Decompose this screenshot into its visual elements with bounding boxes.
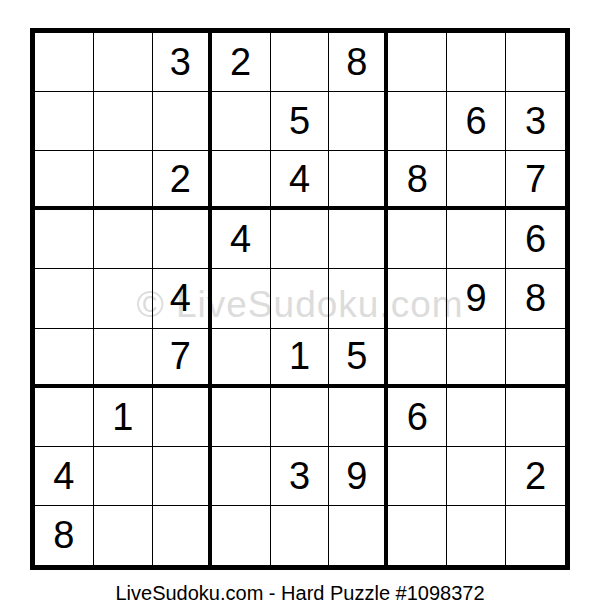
cell-r4c2[interactable]: [94, 210, 153, 269]
cell-r1c4: 2: [212, 33, 271, 92]
given-digit: 3: [525, 102, 546, 140]
cell-r8c8[interactable]: [447, 447, 506, 506]
cell-r2c6[interactable]: [329, 92, 388, 151]
cell-r1c9[interactable]: [506, 33, 565, 92]
cell-r7c4[interactable]: [212, 388, 271, 447]
cell-r8c6: 9: [329, 447, 388, 506]
cell-r8c9: 2: [506, 447, 565, 506]
given-digit: 3: [170, 43, 191, 81]
cell-r5c9: 8: [506, 269, 565, 328]
given-digit: 2: [525, 457, 546, 495]
cell-r3c3: 2: [153, 151, 212, 210]
given-digit: 4: [53, 457, 74, 495]
cell-r6c4[interactable]: [212, 329, 271, 388]
cell-r4c8[interactable]: [447, 210, 506, 269]
cell-r1c7[interactable]: [388, 33, 447, 92]
cell-r7c7: 6: [388, 388, 447, 447]
given-digit: 5: [289, 102, 310, 140]
cell-r7c3[interactable]: [153, 388, 212, 447]
cell-r9c8[interactable]: [447, 506, 506, 565]
cell-r3c9: 7: [506, 151, 565, 210]
cell-r6c2[interactable]: [94, 329, 153, 388]
given-digit: 4: [289, 160, 310, 198]
cell-r2c1[interactable]: [35, 92, 94, 151]
cell-r3c5: 4: [271, 151, 330, 210]
cell-r3c6[interactable]: [329, 151, 388, 210]
cell-r6c6: 5: [329, 329, 388, 388]
cell-r4c5[interactable]: [271, 210, 330, 269]
cell-r2c4[interactable]: [212, 92, 271, 151]
cell-r2c5: 5: [271, 92, 330, 151]
cell-r1c8[interactable]: [447, 33, 506, 92]
cell-r9c1: 8: [35, 506, 94, 565]
given-digit: 6: [466, 102, 487, 140]
cell-r1c1[interactable]: [35, 33, 94, 92]
cell-r5c7[interactable]: [388, 269, 447, 328]
cell-r6c3: 7: [153, 329, 212, 388]
given-digit: 6: [407, 398, 428, 436]
cell-r9c6[interactable]: [329, 506, 388, 565]
cell-r1c3: 3: [153, 33, 212, 92]
cell-r5c1[interactable]: [35, 269, 94, 328]
given-digit: 8: [407, 160, 428, 198]
cell-r5c2[interactable]: [94, 269, 153, 328]
cell-r3c4[interactable]: [212, 151, 271, 210]
cell-r2c3[interactable]: [153, 92, 212, 151]
cell-r9c4[interactable]: [212, 506, 271, 565]
given-digit: 4: [230, 220, 251, 258]
given-digit: 1: [112, 398, 133, 436]
cell-r5c8: 9: [447, 269, 506, 328]
given-digit: 8: [525, 279, 546, 317]
cell-r7c5[interactable]: [271, 388, 330, 447]
given-digit: 5: [346, 337, 367, 375]
cell-r3c1[interactable]: [35, 151, 94, 210]
page: © LiveSudoku.com 32856324874649871516439…: [0, 0, 600, 615]
given-digit: 9: [346, 457, 367, 495]
cell-r2c7[interactable]: [388, 92, 447, 151]
cell-r4c7[interactable]: [388, 210, 447, 269]
given-digit: 4: [170, 279, 191, 317]
given-digit: 7: [170, 337, 191, 375]
cell-r8c2[interactable]: [94, 447, 153, 506]
cell-r4c3[interactable]: [153, 210, 212, 269]
cell-r5c6[interactable]: [329, 269, 388, 328]
cell-r9c5[interactable]: [271, 506, 330, 565]
cell-r8c3[interactable]: [153, 447, 212, 506]
cell-r1c6: 8: [329, 33, 388, 92]
given-digit: 3: [289, 457, 310, 495]
sudoku-grid: 3285632487464987151643928: [35, 33, 565, 565]
cell-r3c8[interactable]: [447, 151, 506, 210]
cell-r1c5[interactable]: [271, 33, 330, 92]
cell-r8c7[interactable]: [388, 447, 447, 506]
cell-r6c8[interactable]: [447, 329, 506, 388]
cell-r2c9: 3: [506, 92, 565, 151]
cell-r4c1[interactable]: [35, 210, 94, 269]
cell-r5c5[interactable]: [271, 269, 330, 328]
cell-r4c9: 6: [506, 210, 565, 269]
sudoku-board: © LiveSudoku.com 32856324874649871516439…: [30, 28, 570, 570]
caption: LiveSudoku.com - Hard Puzzle #1098372: [0, 582, 600, 605]
given-digit: 1: [289, 337, 310, 375]
cell-r7c2: 1: [94, 388, 153, 447]
cell-r6c1[interactable]: [35, 329, 94, 388]
given-digit: 6: [525, 220, 546, 258]
given-digit: 2: [170, 160, 191, 198]
cell-r9c2[interactable]: [94, 506, 153, 565]
cell-r4c4: 4: [212, 210, 271, 269]
cell-r1c2[interactable]: [94, 33, 153, 92]
cell-r5c4[interactable]: [212, 269, 271, 328]
cell-r3c2[interactable]: [94, 151, 153, 210]
cell-r7c9[interactable]: [506, 388, 565, 447]
cell-r3c7: 8: [388, 151, 447, 210]
given-digit: 9: [466, 279, 487, 317]
cell-r2c2[interactable]: [94, 92, 153, 151]
cell-r7c6[interactable]: [329, 388, 388, 447]
cell-r6c7[interactable]: [388, 329, 447, 388]
cell-r5c3: 4: [153, 269, 212, 328]
cell-r6c9[interactable]: [506, 329, 565, 388]
cell-r7c8[interactable]: [447, 388, 506, 447]
cell-r7c1[interactable]: [35, 388, 94, 447]
given-digit: 8: [53, 516, 74, 554]
cell-r9c3[interactable]: [153, 506, 212, 565]
given-digit: 7: [525, 160, 546, 198]
cell-r4c6[interactable]: [329, 210, 388, 269]
given-digit: 8: [346, 43, 367, 81]
cell-r9c7[interactable]: [388, 506, 447, 565]
cell-r6c5: 1: [271, 329, 330, 388]
cell-r8c4[interactable]: [212, 447, 271, 506]
cell-r2c8: 6: [447, 92, 506, 151]
cell-r9c9[interactable]: [506, 506, 565, 565]
cell-r8c1: 4: [35, 447, 94, 506]
cell-r8c5: 3: [271, 447, 330, 506]
given-digit: 2: [230, 43, 251, 81]
